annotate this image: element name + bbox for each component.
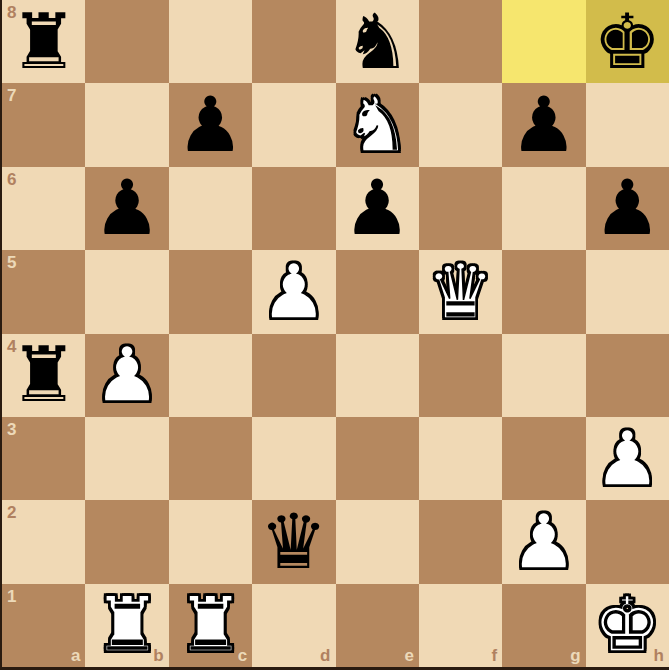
square-c4[interactable] <box>169 334 252 417</box>
square-a7[interactable]: 7 <box>2 83 85 166</box>
rank-label-3: 3 <box>7 421 16 438</box>
file-label-d: d <box>320 647 330 664</box>
square-f6[interactable] <box>419 167 502 250</box>
square-b1[interactable]: b♜ <box>85 584 168 667</box>
square-b4[interactable]: ♟ <box>85 334 168 417</box>
square-g6[interactable] <box>502 167 585 250</box>
square-g3[interactable] <box>502 417 585 500</box>
square-g2[interactable]: ♟ <box>502 500 585 583</box>
square-b8[interactable] <box>85 0 168 83</box>
black-rook[interactable]: ♜ <box>10 337 78 413</box>
square-d7[interactable] <box>252 83 335 166</box>
black-pawn[interactable]: ♟ <box>510 87 578 163</box>
black-knight[interactable]: ♞ <box>343 4 411 80</box>
square-f2[interactable] <box>419 500 502 583</box>
square-a3[interactable]: 3 <box>2 417 85 500</box>
white-pawn[interactable]: ♟ <box>93 337 161 413</box>
square-a6[interactable]: 6 <box>2 167 85 250</box>
square-h1[interactable]: h♚ <box>586 584 669 667</box>
square-d4[interactable] <box>252 334 335 417</box>
file-label-a: a <box>71 647 80 664</box>
square-a1[interactable]: 1a <box>2 584 85 667</box>
black-pawn[interactable]: ♟ <box>593 170 661 246</box>
white-pawn[interactable]: ♟ <box>510 504 578 580</box>
square-c5[interactable] <box>169 250 252 333</box>
square-f1[interactable]: f <box>419 584 502 667</box>
square-g8[interactable] <box>502 0 585 83</box>
square-a4[interactable]: 4♜ <box>2 334 85 417</box>
file-label-e: e <box>404 647 413 664</box>
square-b2[interactable] <box>85 500 168 583</box>
black-pawn[interactable]: ♟ <box>93 170 161 246</box>
square-d1[interactable]: d <box>252 584 335 667</box>
square-b6[interactable]: ♟ <box>85 167 168 250</box>
square-e2[interactable] <box>336 500 419 583</box>
square-a2[interactable]: 2 <box>2 500 85 583</box>
square-c1[interactable]: c♜ <box>169 584 252 667</box>
square-g5[interactable] <box>502 250 585 333</box>
square-e4[interactable] <box>336 334 419 417</box>
file-label-g: g <box>570 647 580 664</box>
square-c3[interactable] <box>169 417 252 500</box>
square-f3[interactable] <box>419 417 502 500</box>
square-b5[interactable] <box>85 250 168 333</box>
square-f8[interactable] <box>419 0 502 83</box>
black-queen[interactable]: ♛ <box>260 504 328 580</box>
white-knight[interactable]: ♞ <box>343 87 411 163</box>
rank-label-7: 7 <box>7 87 16 104</box>
square-g4[interactable] <box>502 334 585 417</box>
square-e7[interactable]: ♞ <box>336 83 419 166</box>
white-rook[interactable]: ♜ <box>176 587 244 663</box>
rank-label-5: 5 <box>7 254 16 271</box>
black-king[interactable]: ♚ <box>593 4 661 80</box>
square-a8[interactable]: 8♜ <box>2 0 85 83</box>
square-h3[interactable]: ♟ <box>586 417 669 500</box>
square-h5[interactable] <box>586 250 669 333</box>
white-king[interactable]: ♚ <box>593 587 661 663</box>
square-f7[interactable] <box>419 83 502 166</box>
square-h6[interactable]: ♟ <box>586 167 669 250</box>
square-d8[interactable] <box>252 0 335 83</box>
black-rook[interactable]: ♜ <box>10 4 78 80</box>
square-c6[interactable] <box>169 167 252 250</box>
rank-label-6: 6 <box>7 171 16 188</box>
square-f5[interactable]: ♛ <box>419 250 502 333</box>
square-e3[interactable] <box>336 417 419 500</box>
white-pawn[interactable]: ♟ <box>260 254 328 330</box>
square-f4[interactable] <box>419 334 502 417</box>
white-queen[interactable]: ♛ <box>426 254 494 330</box>
square-h7[interactable] <box>586 83 669 166</box>
white-rook[interactable]: ♜ <box>93 587 161 663</box>
square-g1[interactable]: g <box>502 584 585 667</box>
square-e6[interactable]: ♟ <box>336 167 419 250</box>
square-d3[interactable] <box>252 417 335 500</box>
square-e5[interactable] <box>336 250 419 333</box>
square-d6[interactable] <box>252 167 335 250</box>
rank-label-1: 1 <box>7 588 16 605</box>
white-pawn[interactable]: ♟ <box>593 421 661 497</box>
square-b7[interactable] <box>85 83 168 166</box>
square-d5[interactable]: ♟ <box>252 250 335 333</box>
square-c2[interactable] <box>169 500 252 583</box>
square-b3[interactable] <box>85 417 168 500</box>
square-e1[interactable]: e <box>336 584 419 667</box>
rank-label-2: 2 <box>7 504 16 521</box>
square-c7[interactable]: ♟ <box>169 83 252 166</box>
black-pawn[interactable]: ♟ <box>343 170 411 246</box>
square-e8[interactable]: ♞ <box>336 0 419 83</box>
chess-board: 8♜♞♚7♟♞♟6♟♟♟5♟♛4♜♟3♟2♛♟1ab♜c♜defgh♚ <box>2 0 669 667</box>
square-h2[interactable] <box>586 500 669 583</box>
square-h4[interactable] <box>586 334 669 417</box>
square-a5[interactable]: 5 <box>2 250 85 333</box>
square-h8[interactable]: ♚ <box>586 0 669 83</box>
square-g7[interactable]: ♟ <box>502 83 585 166</box>
file-label-f: f <box>492 647 498 664</box>
square-d2[interactable]: ♛ <box>252 500 335 583</box>
square-c8[interactable] <box>169 0 252 83</box>
black-pawn[interactable]: ♟ <box>176 87 244 163</box>
